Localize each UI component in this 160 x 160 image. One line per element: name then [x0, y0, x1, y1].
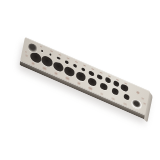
pit-top-10[interactable]	[113, 80, 120, 88]
engraving-mark	[99, 72, 102, 75]
pit-top-3[interactable]	[57, 56, 61, 60]
engraving-mark	[141, 97, 144, 100]
pit-bottom-9[interactable]	[123, 93, 130, 101]
engraving-mark	[39, 46, 42, 48]
engraving-mark	[123, 102, 127, 105]
pit-bottom-8[interactable]	[111, 87, 119, 96]
engraving-mark	[100, 92, 104, 95]
engraving-mark	[25, 54, 28, 57]
pit-bottom-3[interactable]	[52, 60, 64, 73]
engraving-mark	[143, 102, 146, 104]
engraving-mark	[43, 67, 47, 70]
pit-top-8[interactable]	[97, 73, 103, 79]
pit-top-5[interactable]	[73, 63, 77, 68]
pit-top-6[interactable]	[81, 67, 86, 73]
engraving-mark	[50, 50, 53, 53]
store-right[interactable]	[131, 98, 142, 110]
pit-bottom-5[interactable]	[76, 71, 86, 82]
pit-bottom-6[interactable]	[87, 76, 97, 87]
engraving-mark	[136, 91, 139, 94]
engraving-mark	[88, 87, 92, 90]
engraving-mark	[54, 72, 58, 75]
engraving-mark	[74, 61, 77, 64]
pit-top-7[interactable]	[89, 70, 95, 76]
pit-bottom-7[interactable]	[99, 82, 108, 92]
pit-top-1[interactable]	[41, 50, 43, 52]
pit-top-2[interactable]	[49, 53, 52, 56]
engraving-mark	[24, 51, 27, 53]
photo-background	[0, 0, 160, 160]
engraving-mark	[83, 64, 86, 67]
pit-top-11[interactable]	[121, 84, 129, 92]
pit-bottom-4[interactable]	[64, 66, 75, 78]
engraving-mark	[111, 97, 115, 100]
engraving-mark	[58, 53, 61, 56]
engraving-mark	[77, 82, 81, 85]
engraving-mark	[65, 77, 69, 80]
engraving-mark	[91, 68, 94, 71]
engraving-mark	[31, 62, 35, 65]
pit-top-9[interactable]	[105, 77, 112, 84]
engraving-mark	[66, 57, 69, 60]
pit-top-4[interactable]	[65, 60, 69, 65]
